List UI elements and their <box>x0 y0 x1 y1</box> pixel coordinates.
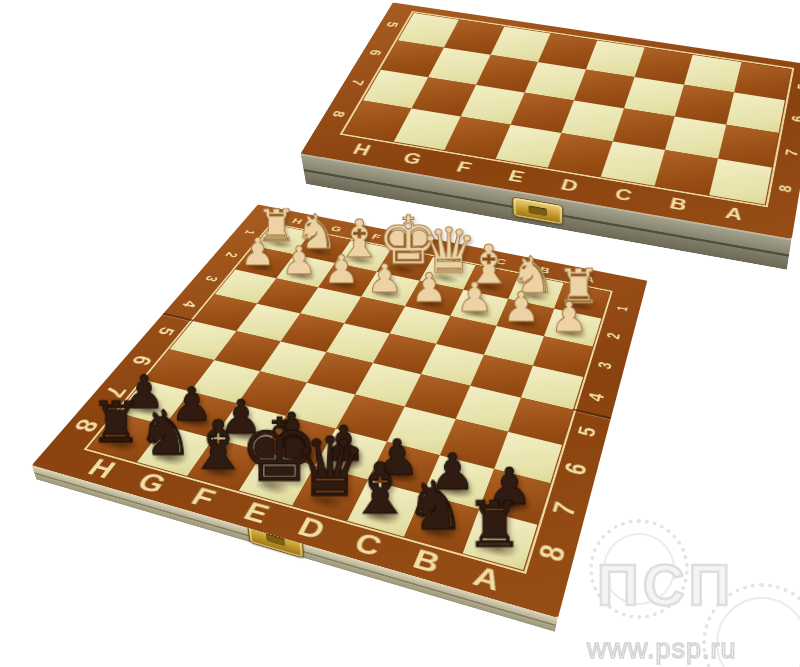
black-rook: ♜ <box>463 494 525 557</box>
watermark-logo-text: ПСП <box>597 551 734 618</box>
rank-label-left: 5 <box>136 316 196 346</box>
watermark-url-text: www.psp.ru <box>587 634 737 665</box>
brass-latch-icon <box>512 196 563 225</box>
rank-label-right: 4 <box>567 380 626 415</box>
box-square-b6 <box>675 85 734 125</box>
rank-label-right: 7 <box>531 487 598 532</box>
white-pawn: ♟ <box>235 233 280 271</box>
square-g5 <box>214 331 281 371</box>
box-back-border <box>791 62 800 74</box>
white-pawn: ♟ <box>276 242 321 281</box>
white-pawn: ♟ <box>318 250 364 289</box>
rank-label-right: 3 <box>577 349 634 382</box>
black-king: ♚ <box>239 406 297 493</box>
board-corner <box>610 274 648 298</box>
black-knight: ♞ <box>137 403 194 465</box>
box-square-c6 <box>624 77 684 116</box>
black-bishop: ♝ <box>187 412 245 479</box>
black-queen: ♛ <box>292 427 351 509</box>
rank-label-right: 6 <box>544 448 608 489</box>
white-pawn: ♟ <box>544 297 593 339</box>
black-bishop: ♝ <box>348 453 408 524</box>
open-board: HGFEDCBA1♜♞♝♚♛♝♞♜12♟♟♟♟♟♟♟♟2334455667♟♟♟… <box>32 204 648 617</box>
product-photo: 55667788HGFEDCBA HGFEDCBA1♜♞♝♚♛♝♞♜12♟♟♟♟… <box>0 0 800 667</box>
white-pawn: ♟ <box>405 268 452 308</box>
white-pawn: ♟ <box>361 259 408 298</box>
black-rook: ♜ <box>88 395 144 451</box>
white-pawn: ♟ <box>451 278 499 318</box>
box-square-a7 <box>718 125 779 168</box>
white-pawn: ♟ <box>497 287 545 328</box>
black-knight: ♞ <box>404 473 465 540</box>
closed-box: 55667788HGFEDCBA <box>301 2 800 239</box>
box-square-d6 <box>574 70 635 109</box>
watermark: ПСП www.psp.ru <box>585 527 800 667</box>
rank-label-right: 1 <box>596 294 649 323</box>
